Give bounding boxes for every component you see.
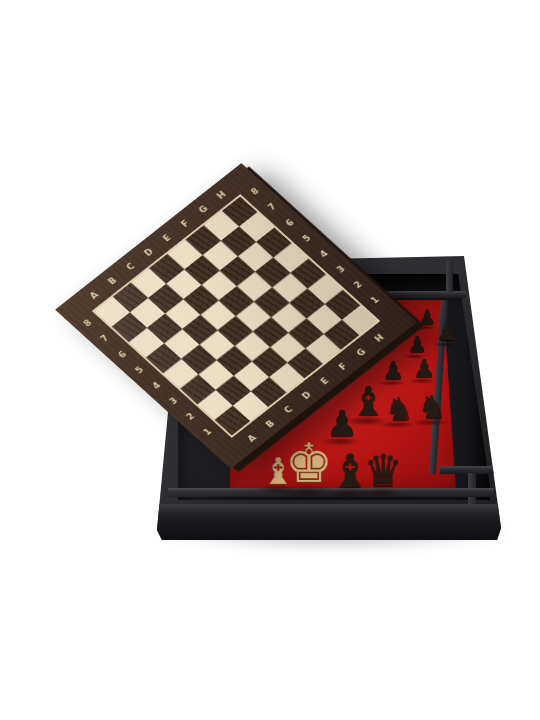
coord-label: 1: [201, 427, 223, 446]
piece-shadow: [432, 342, 455, 347]
piece-shadow: [357, 488, 405, 499]
coord-label: 1: [369, 295, 391, 314]
piece-shadow: [277, 485, 336, 498]
scene: ♟♟♟♟♟♟♝♞♞♟♝♛♝♚ ABCDEFGH ABCDEFGH 8765432…: [0, 0, 540, 720]
piece-shadow: [408, 378, 436, 384]
box-divider: [446, 261, 453, 292]
box-front-wall: [152, 504, 504, 540]
piece-shadow: [414, 325, 436, 330]
piece-shadow: [320, 437, 360, 446]
piece-shadow: [403, 354, 427, 359]
box-divider: [440, 466, 494, 474]
coord-label: H: [366, 327, 392, 348]
piece-shadow: [377, 380, 405, 386]
